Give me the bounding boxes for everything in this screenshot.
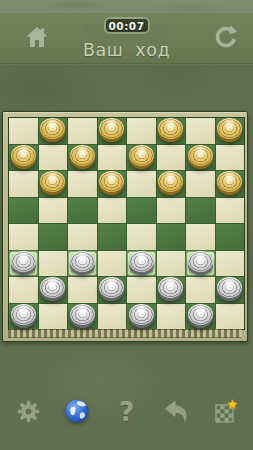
square-e1[interactable] <box>127 304 156 330</box>
square-c8 <box>68 118 97 144</box>
square-h6[interactable] <box>216 171 245 197</box>
square-b1 <box>39 304 68 330</box>
square-g5[interactable] <box>186 198 215 224</box>
square-a6 <box>9 171 38 197</box>
square-d1 <box>98 304 127 330</box>
square-h2[interactable] <box>216 277 245 303</box>
gold-piece-f6[interactable] <box>158 171 183 192</box>
square-f6[interactable] <box>157 171 186 197</box>
checkers-board-frame <box>2 111 248 342</box>
square-c5[interactable] <box>68 198 97 224</box>
square-a3[interactable] <box>9 251 38 277</box>
square-h1 <box>216 304 245 330</box>
silver-piece-a3[interactable] <box>11 251 36 272</box>
silver-piece-d2[interactable] <box>99 277 124 298</box>
square-d3 <box>98 251 127 277</box>
square-f1 <box>157 304 186 330</box>
square-b3 <box>39 251 68 277</box>
square-b5 <box>39 198 68 224</box>
silver-piece-g3[interactable] <box>188 251 213 272</box>
square-d7 <box>98 145 127 171</box>
gold-piece-a7[interactable] <box>11 145 36 166</box>
square-d2[interactable] <box>98 277 127 303</box>
gold-piece-d8[interactable] <box>99 118 124 139</box>
status-bar-strip <box>0 0 253 13</box>
square-h3 <box>216 251 245 277</box>
silver-piece-g1[interactable] <box>188 304 213 325</box>
square-f8[interactable] <box>157 118 186 144</box>
square-c1[interactable] <box>68 304 97 330</box>
square-a7[interactable] <box>9 145 38 171</box>
square-d5 <box>98 198 127 224</box>
gold-piece-c7[interactable] <box>70 145 95 166</box>
bottom-toolbar: ? <box>0 392 253 430</box>
silver-piece-f2[interactable] <box>158 277 183 298</box>
square-g8 <box>186 118 215 144</box>
square-e2 <box>127 277 156 303</box>
turn-status-text: Ваш ход <box>0 40 253 60</box>
square-f5 <box>157 198 186 224</box>
square-e8 <box>127 118 156 144</box>
square-e3[interactable] <box>127 251 156 277</box>
square-b2[interactable] <box>39 277 68 303</box>
square-c3[interactable] <box>68 251 97 277</box>
silver-piece-b2[interactable] <box>40 277 65 298</box>
square-c6 <box>68 171 97 197</box>
square-a4 <box>9 224 38 250</box>
square-a8 <box>9 118 38 144</box>
square-g2 <box>186 277 215 303</box>
undo-button[interactable] <box>158 393 194 429</box>
square-g3[interactable] <box>186 251 215 277</box>
square-e7[interactable] <box>127 145 156 171</box>
square-d8[interactable] <box>98 118 127 144</box>
gold-piece-h8[interactable] <box>217 118 242 139</box>
square-c2 <box>68 277 97 303</box>
silver-piece-a1[interactable] <box>11 304 36 325</box>
square-a1[interactable] <box>9 304 38 330</box>
globe-icon <box>64 398 90 424</box>
square-b6[interactable] <box>39 171 68 197</box>
square-b7 <box>39 145 68 171</box>
square-e5[interactable] <box>127 198 156 224</box>
square-e6 <box>127 171 156 197</box>
silver-piece-h2[interactable] <box>217 277 242 298</box>
square-d6[interactable] <box>98 171 127 197</box>
silver-piece-e3[interactable] <box>129 251 154 272</box>
square-g6 <box>186 171 215 197</box>
help-button[interactable]: ? <box>109 393 145 429</box>
square-c7[interactable] <box>68 145 97 171</box>
board-grid <box>8 117 245 330</box>
square-b4[interactable] <box>39 224 68 250</box>
gold-piece-h6[interactable] <box>217 171 242 192</box>
checkerboard-star-icon <box>212 398 239 425</box>
square-d4[interactable] <box>98 224 127 250</box>
square-f4[interactable] <box>157 224 186 250</box>
square-h4[interactable] <box>216 224 245 250</box>
square-g1[interactable] <box>186 304 215 330</box>
gear-icon <box>16 399 41 424</box>
silver-piece-e1[interactable] <box>129 304 154 325</box>
silver-piece-c1[interactable] <box>70 304 95 325</box>
gold-piece-g7[interactable] <box>188 145 213 166</box>
undo-arrow-icon <box>162 399 189 424</box>
gold-piece-f8[interactable] <box>158 118 183 139</box>
game-timer: 00:07 <box>104 17 150 34</box>
square-f2[interactable] <box>157 277 186 303</box>
square-f7 <box>157 145 186 171</box>
silver-piece-c3[interactable] <box>70 251 95 272</box>
square-f3 <box>157 251 186 277</box>
square-h7 <box>216 145 245 171</box>
question-icon: ? <box>119 398 135 425</box>
settings-button[interactable] <box>10 393 46 429</box>
gold-piece-b8[interactable] <box>40 118 65 139</box>
square-e4 <box>127 224 156 250</box>
gold-piece-d6[interactable] <box>99 171 124 192</box>
square-h5 <box>216 198 245 224</box>
square-g4 <box>186 224 215 250</box>
square-b8[interactable] <box>39 118 68 144</box>
achievements-button[interactable] <box>207 393 243 429</box>
square-g7[interactable] <box>186 145 215 171</box>
gold-piece-e7[interactable] <box>129 145 154 166</box>
square-c4 <box>68 224 97 250</box>
checkers-app-screen: 00:07 Ваш ход <box>0 0 253 450</box>
square-a2 <box>9 277 38 303</box>
square-h8[interactable] <box>216 118 245 144</box>
gold-piece-b6[interactable] <box>40 171 65 192</box>
language-button[interactable] <box>59 393 95 429</box>
square-a5[interactable] <box>9 198 38 224</box>
